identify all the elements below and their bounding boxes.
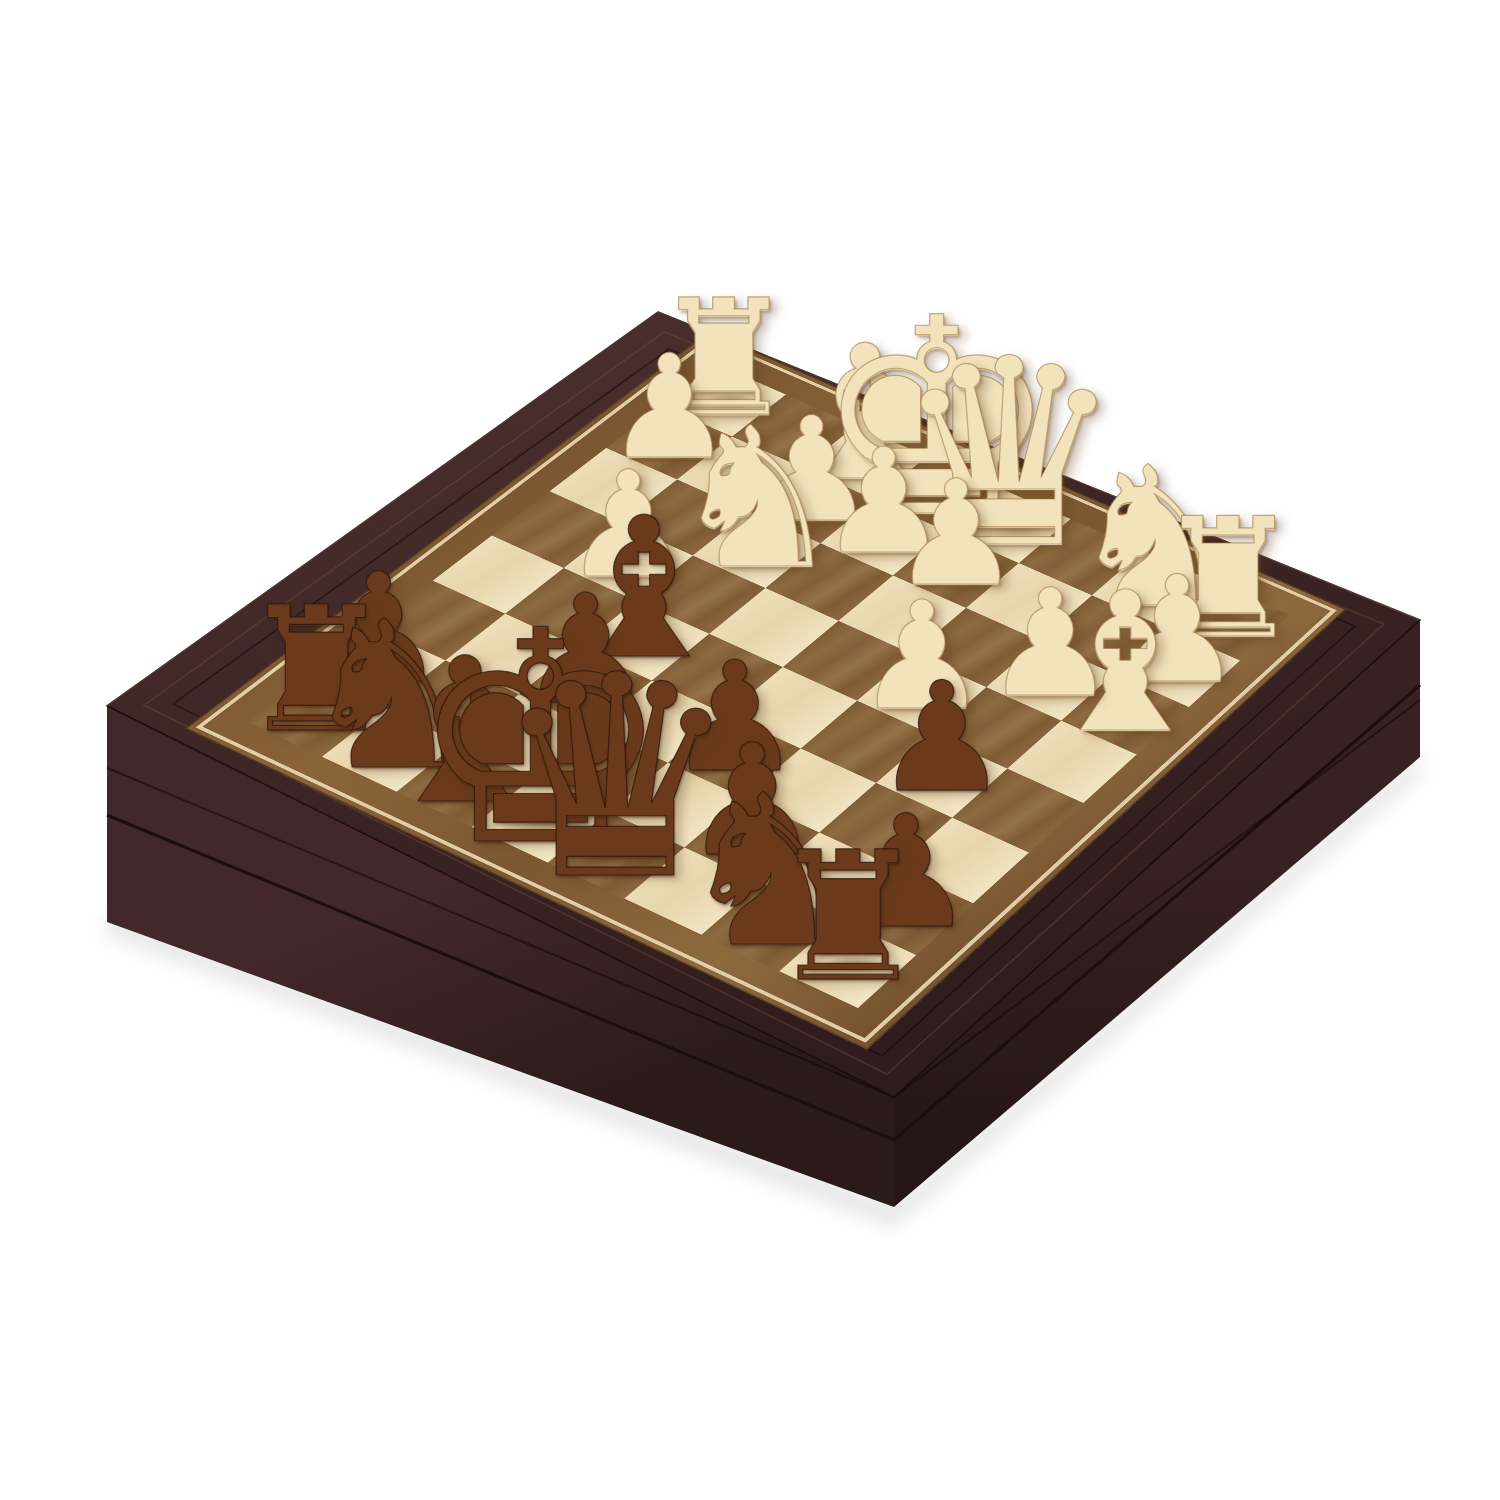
pieces-layer: ♜♝♚♛♞♜♟♟♟♟♟♞♝♟♟♟♟♝♟♟♟♟♟♜♞♝♚♛♞♜ bbox=[0, 0, 1500, 1500]
product-photo: ♜♝♚♛♞♜♟♟♟♟♟♞♝♟♟♟♟♝♟♟♟♟♟♜♞♝♚♛♞♜ bbox=[0, 0, 1500, 1500]
piece-black-rook-a8[interactable]: ♜ bbox=[759, 828, 937, 1006]
